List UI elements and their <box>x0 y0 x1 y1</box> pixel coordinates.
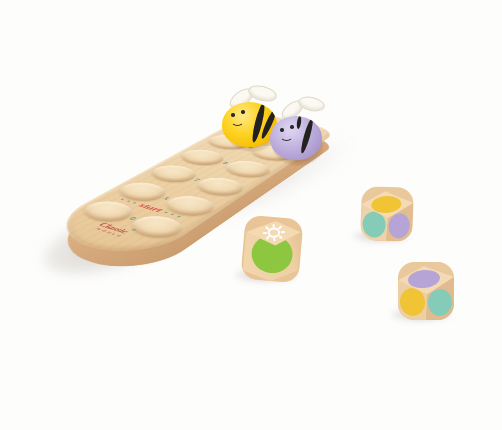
purple-bee-eye <box>290 125 294 129</box>
purple-bee-stripe <box>299 118 315 154</box>
start-dots-right: ● ● ● <box>163 211 184 219</box>
purple-bee-smile <box>280 131 293 141</box>
die-1[interactable] <box>240 215 303 284</box>
die-3[interactable] <box>398 262 454 320</box>
hole-row2-left[interactable] <box>144 162 204 185</box>
sun-icon <box>260 223 288 241</box>
start-label: start <box>135 202 166 214</box>
board-scene: 5 4 3 2 1 0 ● ● ● start ● ● ● Classic❖ W… <box>0 0 502 430</box>
die-2-yellow-dot <box>371 195 402 214</box>
purple-bee-stripe <box>296 116 302 129</box>
die-2[interactable] <box>360 186 414 242</box>
purple-bee-piece[interactable] <box>268 94 326 162</box>
purple-bee-body <box>270 116 322 160</box>
yellow-bee-smile <box>231 116 244 126</box>
product-photo-stage: 5 4 3 2 1 0 ● ● ● start ● ● ● Classic❖ W… <box>0 0 502 430</box>
die-3-purple-dot <box>407 268 441 289</box>
yellow-bee-eye <box>241 110 245 114</box>
